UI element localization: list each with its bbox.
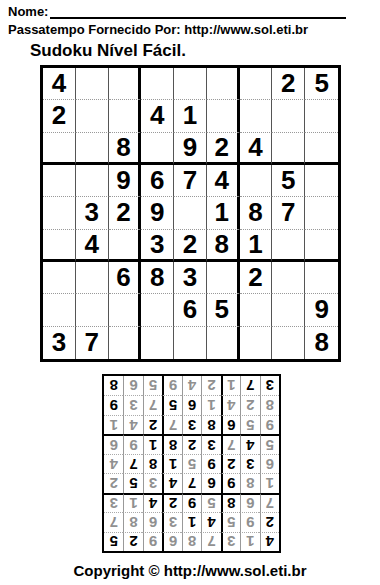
solution-cell-r5c6: 1 <box>162 454 181 473</box>
solution-cell-r3c5: 9 <box>182 493 201 512</box>
solution-cell-r2c4: 4 <box>201 512 220 531</box>
solution-cell-r9c5: 4 <box>182 376 201 395</box>
solution-cell-r6c1: 5 <box>260 434 279 453</box>
puzzle-cell-r8c8 <box>272 294 305 326</box>
solution-cell-r1c5: 8 <box>182 532 201 551</box>
puzzle-cell-r6c1 <box>43 230 76 262</box>
puzzle-cell-r1c9: 5 <box>305 68 338 100</box>
puzzle-cell-r6c3 <box>109 230 142 262</box>
puzzle-cell-r5c3: 2 <box>109 197 142 229</box>
puzzle-cell-r6c5: 2 <box>174 230 207 262</box>
name-blank-line <box>50 3 346 19</box>
puzzle-cell-r9c6 <box>207 327 240 359</box>
puzzle-cell-r7c8 <box>272 262 305 294</box>
solution-cell-r4c8: 5 <box>123 473 142 492</box>
solution-cell-r2c7: 6 <box>143 512 162 531</box>
solution-cell-r7c2: 5 <box>240 415 259 434</box>
solution-cell-r4c5: 7 <box>182 473 201 492</box>
solution-cell-r3c4: 5 <box>201 493 220 512</box>
solution-cell-r2c8: 8 <box>123 512 142 531</box>
solution-cell-r9c2: 7 <box>240 376 259 395</box>
page-title: Sudoku Nível Fácil. <box>30 41 186 61</box>
puzzle-cell-r2c7 <box>240 100 273 132</box>
puzzle-cell-r2c3 <box>109 100 142 132</box>
solution-cell-r6c8: 9 <box>123 434 142 453</box>
solution-cell-r4c1: 1 <box>260 473 279 492</box>
puzzle-cell-r3c1 <box>43 133 76 165</box>
puzzle-cell-r7c2 <box>76 262 109 294</box>
solution-cell-r6c6: 8 <box>162 434 181 453</box>
solution-cell-r9c4: 2 <box>201 376 220 395</box>
solution-cell-r3c8: 1 <box>123 493 142 512</box>
puzzle-cell-r4c7 <box>240 165 273 197</box>
solution-cell-r9c7: 5 <box>143 376 162 395</box>
solution-cell-r6c7: 1 <box>143 434 162 453</box>
puzzle-cell-r6c8 <box>272 230 305 262</box>
puzzle-cell-r4c3: 9 <box>109 165 142 197</box>
puzzle-cell-r9c1: 3 <box>43 327 76 359</box>
puzzle-cell-r1c1: 4 <box>43 68 76 100</box>
puzzle-cell-r5c7: 8 <box>240 197 273 229</box>
puzzle-cell-r7c7: 2 <box>240 262 273 294</box>
puzzle-cell-r8c9: 9 <box>305 294 338 326</box>
puzzle-cell-r7c3: 6 <box>109 262 142 294</box>
puzzle-cell-r3c6: 2 <box>207 133 240 165</box>
puzzle-cell-r4c2 <box>76 165 109 197</box>
name-label: Nome: <box>8 4 48 19</box>
solution-cell-r3c6: 2 <box>162 493 181 512</box>
solution-cell-r5c1: 6 <box>260 454 279 473</box>
puzzle-cell-r1c7 <box>240 68 273 100</box>
solution-cell-r7c8: 4 <box>123 415 142 434</box>
puzzle-cell-r8c5: 6 <box>174 294 207 326</box>
puzzle-cell-r4c9 <box>305 165 338 197</box>
puzzle-cell-r5c1 <box>43 197 76 229</box>
solution-cell-r5c3: 2 <box>221 454 240 473</box>
puzzle-cell-r3c7: 4 <box>240 133 273 165</box>
solution-cell-r3c7: 4 <box>143 493 162 512</box>
puzzle-cell-r9c7 <box>240 327 273 359</box>
solution-cell-r7c3: 6 <box>221 415 240 434</box>
solution-cell-r1c2: 1 <box>240 532 259 551</box>
solution-cell-r9c8: 6 <box>123 376 142 395</box>
solution-cell-r2c6: 3 <box>162 512 181 531</box>
provider-text: Passatempo Fornecido Por: http://www.sol… <box>8 22 308 37</box>
solution-cell-r4c2: 8 <box>240 473 259 492</box>
puzzle-cell-r3c3: 8 <box>109 133 142 165</box>
puzzle-cell-r8c7 <box>240 294 273 326</box>
puzzle-cell-r3c8 <box>272 133 305 165</box>
puzzle-cell-r2c2 <box>76 100 109 132</box>
puzzle-cell-r7c9 <box>305 262 338 294</box>
solution-cell-r1c3: 3 <box>221 532 240 551</box>
solution-cell-r1c4: 7 <box>201 532 220 551</box>
puzzle-cell-r6c7: 1 <box>240 230 273 262</box>
solution-cell-r8c3: 4 <box>221 395 240 414</box>
puzzle-cell-r8c2 <box>76 294 109 326</box>
solution-cell-r9c3: 1 <box>221 376 240 395</box>
puzzle-cell-r9c4 <box>141 327 174 359</box>
solution-cell-r2c3: 5 <box>221 512 240 531</box>
solution-cell-r1c7: 9 <box>143 532 162 551</box>
puzzle-cell-r2c6 <box>207 100 240 132</box>
puzzle-cell-r1c6 <box>207 68 240 100</box>
solution-cell-r8c4: 1 <box>201 395 220 414</box>
solution-cell-r5c7: 8 <box>143 454 162 473</box>
solution-cell-r7c1: 9 <box>260 415 279 434</box>
puzzle-cell-r9c9: 8 <box>305 327 338 359</box>
solution-cell-r2c2: 9 <box>240 512 259 531</box>
solution-cell-r7c6: 7 <box>162 415 181 434</box>
puzzle-cell-r4c4: 6 <box>141 165 174 197</box>
solution-cell-r7c5: 3 <box>182 415 201 434</box>
solution-cell-r9c6: 9 <box>162 376 181 395</box>
solution-cell-r9c9: 8 <box>104 376 123 395</box>
puzzle-cell-r7c6 <box>207 262 240 294</box>
solution-cell-r3c9: 3 <box>104 493 123 512</box>
solution-cell-r6c2: 4 <box>240 434 259 453</box>
puzzle-cell-r5c9 <box>305 197 338 229</box>
puzzle-cell-r8c4 <box>141 294 174 326</box>
solution-cell-r7c7: 2 <box>143 415 162 434</box>
puzzle-cell-r6c4: 3 <box>141 230 174 262</box>
puzzle-cell-r1c5 <box>174 68 207 100</box>
solution-cell-r1c9: 5 <box>104 532 123 551</box>
puzzle-cell-r1c8: 2 <box>272 68 305 100</box>
name-row: Nome: <box>8 3 346 19</box>
puzzle-cell-r9c2: 7 <box>76 327 109 359</box>
solution-cell-r6c3: 7 <box>221 434 240 453</box>
puzzle-cell-r8c6: 5 <box>207 294 240 326</box>
solution-cell-r6c5: 2 <box>182 434 201 453</box>
puzzle-cell-r1c2 <box>76 68 109 100</box>
puzzle-cell-r9c5 <box>174 327 207 359</box>
solution-cell-r4c7: 3 <box>143 473 162 492</box>
puzzle-cell-r2c5: 1 <box>174 100 207 132</box>
puzzle-cell-r4c1 <box>43 165 76 197</box>
solution-cell-r5c9: 4 <box>104 454 123 473</box>
puzzle-cell-r5c4: 9 <box>141 197 174 229</box>
puzzle-cell-r9c8 <box>272 327 305 359</box>
puzzle-cell-r7c1 <box>43 262 76 294</box>
puzzle-cell-r8c3 <box>109 294 142 326</box>
solution-board: 4137869252954136877685924131896743526329… <box>102 374 281 553</box>
sudoku-board: 425241892496745329187432816832659378 <box>40 65 341 362</box>
puzzle-cell-r7c4: 8 <box>141 262 174 294</box>
solution-cell-r4c3: 9 <box>221 473 240 492</box>
puzzle-cell-r3c2 <box>76 133 109 165</box>
solution-cell-r8c5: 6 <box>182 395 201 414</box>
puzzle-cell-r1c4 <box>141 68 174 100</box>
puzzle-cell-r5c2: 3 <box>76 197 109 229</box>
solution-cell-r9c1: 3 <box>260 376 279 395</box>
solution-cell-r5c2: 3 <box>240 454 259 473</box>
solution-cell-r8c6: 5 <box>162 395 181 414</box>
solution-cell-r1c6: 6 <box>162 532 181 551</box>
puzzle-cell-r5c6: 1 <box>207 197 240 229</box>
puzzle-cell-r7c5: 3 <box>174 262 207 294</box>
copyright-text: Copyright © http://www.sol.eti.br <box>0 562 380 579</box>
solution-cell-r6c4: 3 <box>201 434 220 453</box>
solution-cell-r8c1: 8 <box>260 395 279 414</box>
puzzle-cell-r4c5: 7 <box>174 165 207 197</box>
solution-cell-r4c6: 4 <box>162 473 181 492</box>
puzzle-cell-r4c8: 5 <box>272 165 305 197</box>
solution-cell-r8c8: 3 <box>123 395 142 414</box>
solution-cell-r3c1: 7 <box>260 493 279 512</box>
puzzle-cell-r9c3 <box>109 327 142 359</box>
solution-cell-r5c8: 7 <box>123 454 142 473</box>
puzzle-cell-r2c4: 4 <box>141 100 174 132</box>
solution-cell-r7c9: 1 <box>104 415 123 434</box>
solution-cell-r2c5: 1 <box>182 512 201 531</box>
solution-cell-r4c9: 2 <box>104 473 123 492</box>
puzzle-cell-r6c6: 8 <box>207 230 240 262</box>
puzzle-cell-r5c5 <box>174 197 207 229</box>
solution-cell-r6c9: 6 <box>104 434 123 453</box>
solution-cell-r2c1: 2 <box>260 512 279 531</box>
solution-cell-r2c9: 7 <box>104 512 123 531</box>
solution-cell-r8c9: 9 <box>104 395 123 414</box>
solution-cell-r8c2: 2 <box>240 395 259 414</box>
puzzle-cell-r6c9 <box>305 230 338 262</box>
solution-cell-r3c3: 8 <box>221 493 240 512</box>
solution-cell-r5c5: 5 <box>182 454 201 473</box>
solution-cell-r1c1: 4 <box>260 532 279 551</box>
puzzle-cell-r8c1 <box>43 294 76 326</box>
puzzle-cell-r4c6: 4 <box>207 165 240 197</box>
solution-cell-r4c4: 6 <box>201 473 220 492</box>
solution-cell-r1c8: 2 <box>123 532 142 551</box>
solution-cell-r5c4: 9 <box>201 454 220 473</box>
solution-cell-r7c4: 8 <box>201 415 220 434</box>
puzzle-cell-r3c9 <box>305 133 338 165</box>
puzzle-cell-r2c9 <box>305 100 338 132</box>
puzzle-cell-r5c8: 7 <box>272 197 305 229</box>
puzzle-cell-r2c1: 2 <box>43 100 76 132</box>
solution-cell-r3c2: 6 <box>240 493 259 512</box>
puzzle-cell-r2c8 <box>272 100 305 132</box>
puzzle-cell-r3c4 <box>141 133 174 165</box>
puzzle-cell-r1c3 <box>109 68 142 100</box>
solution-cell-r8c7: 7 <box>143 395 162 414</box>
puzzle-cell-r3c5: 9 <box>174 133 207 165</box>
puzzle-cell-r6c2: 4 <box>76 230 109 262</box>
